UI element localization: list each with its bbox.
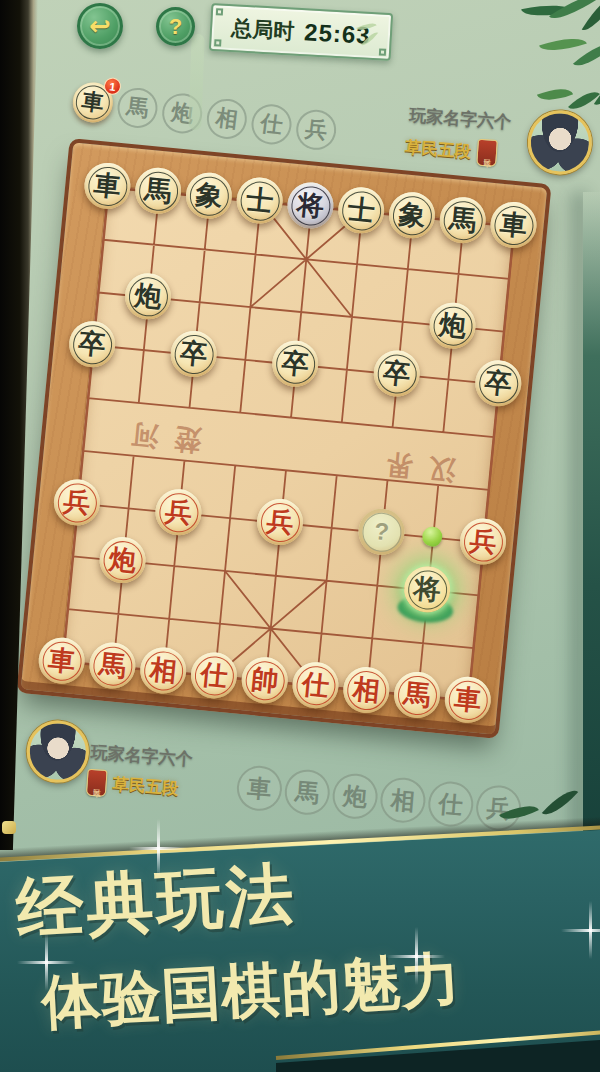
xiangqi-board[interactable]: 楚河 汉界 車馬象士将士象馬車炮炮卒卒卒卒卒兵兵兵?兵炮将車馬相仕帥仕相馬車 [16,138,551,739]
piece-glyph: 卒 [280,349,309,378]
piece-glyph: 相 [148,656,177,685]
piece-glyph: 兵 [62,488,91,517]
piece-glyph: 兵 [468,527,497,556]
rank-seal-icon: 草民 [86,769,108,797]
player-name: 玩家名字六个 [90,741,193,771]
piece-glyph: 炮 [438,311,467,340]
bamboo-leaf-icon [539,31,587,58]
capture-slot-兵: 兵 [294,108,339,153]
piece-glyph: 将 [412,575,441,604]
player-rank: 草民五段 [112,773,179,800]
piece-glyph: ? [373,519,390,544]
piece-glyph: 卒 [77,329,106,358]
piece-glyph: 馬 [448,205,477,234]
bamboo-leaf-icon [594,70,600,111]
capture-slot-馬: 馬 [115,86,160,131]
gold-decoration [2,821,16,834]
opponent-avatar[interactable] [526,108,594,176]
capture-count-badge: 1 [103,77,122,96]
opponent-rank: 草民五段 [404,136,471,163]
piece-glyph: 兵 [164,497,193,526]
rank-seal-icon: 草民 [476,139,498,167]
opponent-name: 玩家名字六个 [409,104,512,134]
player-info: 玩家名字六个 草民 草民五段 [15,712,313,822]
help-button[interactable]: ? [156,7,195,46]
piece-glyph: 兵 [265,507,294,536]
plaque-knot-icon [379,48,386,55]
player-avatar[interactable] [25,718,91,784]
board-field[interactable]: 楚河 汉界 車馬象士将士象馬車炮炮卒卒卒卒卒兵兵兵?兵炮将車馬相仕帥仕相馬車 [62,186,514,700]
piece-glyph: 相 [352,675,381,704]
piece-glyph: 車 [453,685,482,714]
piece-glyph: 卒 [179,339,208,368]
piece-glyph: 車 [93,171,122,200]
plaque-knot-icon [216,8,223,15]
piece-glyph: 馬 [143,176,172,205]
piece-glyph: 将 [296,191,325,220]
piece-glyph: 帥 [250,666,279,695]
piece-glyph: 士 [245,186,274,215]
piece-glyph: 象 [397,201,426,230]
piece-glyph: 車 [499,210,528,239]
back-icon: ↩ [89,11,111,42]
piece-glyph: 仕 [199,661,228,690]
capture-slot-炮: 炮 [331,772,380,821]
capture-slot-仕: 仕 [249,102,294,147]
timer-label: 总局时 [231,14,295,45]
piece-glyph: 馬 [402,680,431,709]
piece-glyph: 士 [346,196,375,225]
capture-slot-仕: 仕 [427,780,476,829]
piece-glyph: 炮 [108,545,137,574]
captured-piece-車: 車1 [71,80,116,125]
capture-slot-相: 相 [379,776,428,825]
plaque-knot-icon [214,39,221,46]
captured-glyph: 車 [80,86,105,118]
back-button[interactable]: ↩ [77,3,123,49]
piece-glyph: 馬 [98,651,127,680]
bamboo-sprig-icon [353,21,381,52]
total-timer-plaque: 总局时 25:63 [209,3,393,61]
capture-slot-相: 相 [205,97,250,142]
help-icon: ? [169,14,182,40]
opponent-info: 玩家名字六个 草民五段 草民 [395,89,599,189]
piece-glyph: 卒 [484,369,513,398]
piece-glyph: 車 [47,646,76,675]
right-edge-shade [583,192,600,848]
bamboo-leaf-icon [542,783,578,821]
game-screen: ↩ ? 总局时 25:63 車1馬炮相仕兵 車馬炮相仕兵 玩家名字六个 草民五段… [0,0,600,1072]
piece-glyph: 卒 [382,359,411,388]
piece-glyph: 仕 [301,670,330,699]
piece-glyph: 象 [194,181,223,210]
promo-text: 经典玩法 体验国棋的魅力 [14,839,463,1044]
piece-glyph: 炮 [133,282,162,311]
